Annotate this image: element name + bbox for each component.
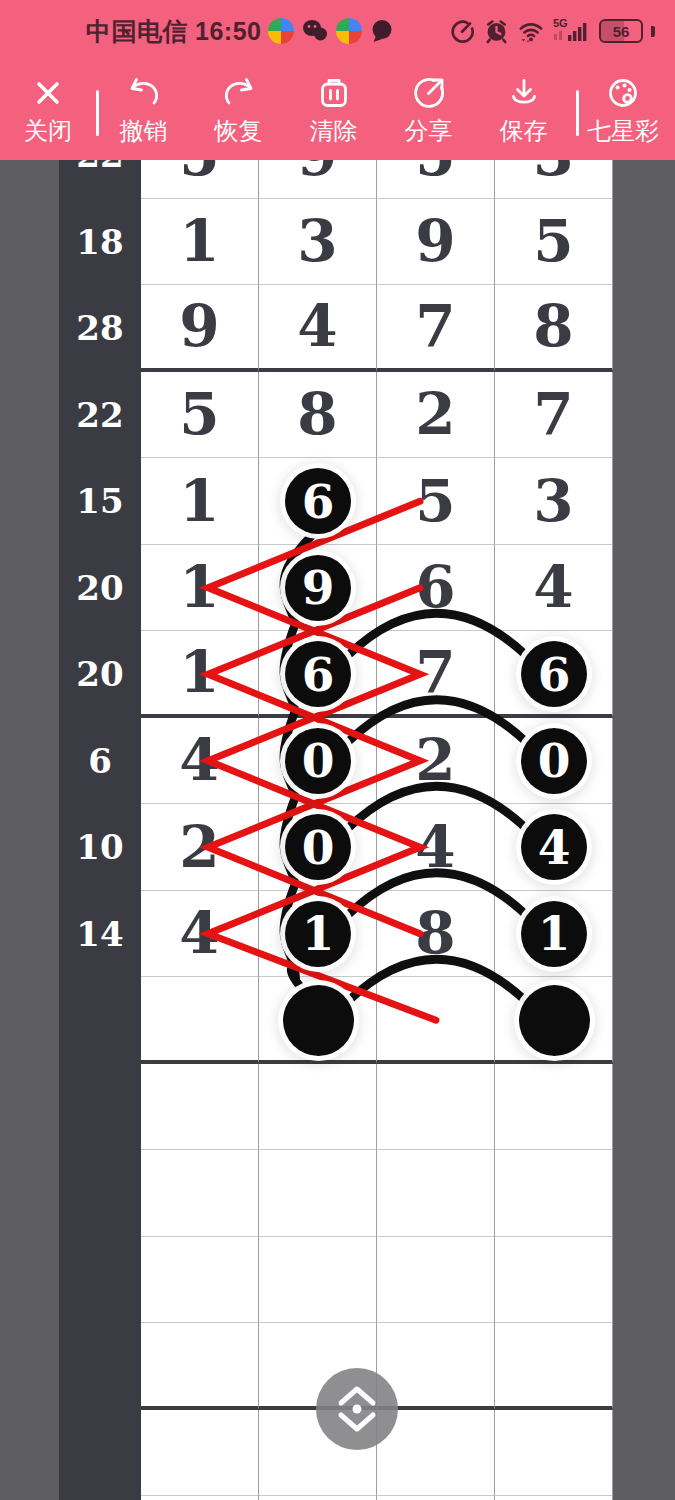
app-screen: 2259531813952894782258271515320164201764…: [0, 0, 675, 1500]
digit-cell[interactable]: 4: [141, 718, 259, 805]
row-sum-label: 20: [59, 545, 141, 632]
status-bar: 中国电信 16:50 5G: [0, 0, 675, 62]
circled-digit-mark[interactable]: 1: [521, 901, 587, 967]
row-sum-label: 20: [59, 631, 141, 718]
row-sum-label: [59, 1150, 141, 1237]
digit-cell[interactable]: [377, 1064, 495, 1151]
signal-bars-icon: 5G: [552, 16, 592, 46]
digit-cell[interactable]: [495, 1496, 613, 1500]
circled-digit-mark[interactable]: 0: [285, 814, 351, 880]
digit-cell[interactable]: 4: [495, 545, 613, 632]
digit-cell[interactable]: 8: [495, 285, 613, 372]
toolbar-button-clear[interactable]: 清除: [286, 62, 381, 143]
digit-cell[interactable]: 4: [141, 891, 259, 978]
grid-row: [59, 1150, 613, 1237]
row-sum-label: 18: [59, 199, 141, 286]
row-sum-label: [59, 1323, 141, 1410]
digit-cell[interactable]: [141, 977, 259, 1064]
digit-cell[interactable]: 5: [377, 458, 495, 545]
digit-cell[interactable]: [141, 1323, 259, 1410]
trash-icon: [314, 73, 354, 113]
row-sum-label: 15: [59, 458, 141, 545]
toolbar-button-qixingcai[interactable]: 七星彩: [571, 62, 675, 143]
digit-cell[interactable]: 7: [495, 372, 613, 459]
toolbar-label: 撤销: [120, 119, 168, 143]
toolbar-label: 关闭: [24, 119, 72, 143]
save-icon: [504, 73, 544, 113]
row-sum-label: [59, 1064, 141, 1151]
battery-percent: 56: [613, 24, 630, 39]
digit-cell[interactable]: [141, 1064, 259, 1151]
circled-digit-mark[interactable]: 0: [285, 728, 351, 794]
solid-disk-mark[interactable]: [283, 985, 354, 1056]
digit-cell[interactable]: 2: [141, 804, 259, 891]
digit-cell[interactable]: [377, 1496, 495, 1500]
digit-cell[interactable]: [377, 1150, 495, 1237]
digit-cell[interactable]: [259, 1064, 377, 1151]
digit-cell[interactable]: 5: [495, 199, 613, 286]
digit-cell[interactable]: 1: [141, 199, 259, 286]
speedometer-icon: [449, 18, 476, 45]
alarm-clock-icon: [483, 18, 510, 45]
grid-row: 225827: [59, 372, 613, 459]
palette-icon: [603, 73, 643, 113]
digit-cell[interactable]: [141, 1496, 259, 1500]
row-sum-label: 14: [59, 891, 141, 978]
digit-cell[interactable]: [141, 1150, 259, 1237]
chat-bubble-icon: [369, 18, 395, 44]
svg-text:5G: 5G: [553, 17, 568, 29]
row-sum-label: [59, 1496, 141, 1500]
toolbar-button-redo[interactable]: 恢复: [191, 62, 286, 143]
digit-cell[interactable]: [495, 1410, 613, 1497]
digit-cell[interactable]: 1: [141, 458, 259, 545]
grid-row: [59, 1496, 613, 1500]
row-sum-label: 10: [59, 804, 141, 891]
toolbar: 关闭撤销恢复清除分享保存七星彩: [0, 62, 675, 160]
toolbar-label: 清除: [310, 119, 358, 143]
grid-row: [59, 1237, 613, 1324]
toolbar-label: 恢复: [215, 119, 263, 143]
circled-digit-mark[interactable]: 6: [285, 468, 351, 534]
digit-cell[interactable]: [377, 977, 495, 1064]
digit-cell[interactable]: [141, 1237, 259, 1324]
digit-cell[interactable]: 4: [259, 285, 377, 372]
circled-digit-mark[interactable]: 9: [285, 555, 351, 621]
toolbar-button-save[interactable]: 保存: [476, 62, 571, 143]
row-sum-label: 28: [59, 285, 141, 372]
digit-cell[interactable]: [259, 1150, 377, 1237]
redo-icon: [219, 73, 259, 113]
digit-cell[interactable]: 1: [141, 545, 259, 632]
scroll-button[interactable]: [316, 1368, 398, 1450]
trend-grid: 2259531813952894782258271515320164201764…: [59, 112, 613, 1500]
digit-cell[interactable]: [259, 1237, 377, 1324]
digit-cell[interactable]: 8: [377, 891, 495, 978]
wifi-icon: [517, 18, 545, 45]
wechat-icon: [301, 18, 329, 44]
digit-cell[interactable]: [495, 1064, 613, 1151]
digit-cell[interactable]: [495, 1150, 613, 1237]
toolbar-divider: [96, 90, 99, 136]
toolbar-label: 分享: [405, 119, 453, 143]
digit-cell[interactable]: 5: [141, 372, 259, 459]
toolbar-divider: [576, 90, 579, 136]
carrier-label: 中国电信: [86, 15, 188, 48]
digit-cell[interactable]: 8: [259, 372, 377, 459]
battery-nub: [651, 26, 655, 37]
grid-row: 181395: [59, 199, 613, 286]
toolbar-label: 保存: [500, 119, 548, 143]
digit-cell[interactable]: 3: [495, 458, 613, 545]
share-icon: [409, 73, 449, 113]
pinwheel-app-icon: [336, 18, 362, 44]
pinwheel-app-icon: [268, 18, 294, 44]
clock-label: 16:50: [195, 17, 261, 46]
toolbar-button-close[interactable]: 关闭: [0, 62, 96, 143]
digit-cell[interactable]: [495, 1237, 613, 1324]
digit-cell[interactable]: 4: [377, 804, 495, 891]
digit-cell[interactable]: 3: [259, 199, 377, 286]
digit-cell[interactable]: [377, 1237, 495, 1324]
undo-icon: [124, 73, 164, 113]
digit-cell[interactable]: 2: [377, 372, 495, 459]
row-sum-label: 6: [59, 718, 141, 805]
digit-cell[interactable]: 9: [377, 199, 495, 286]
toolbar-button-undo[interactable]: 撤销: [96, 62, 191, 143]
solid-disk-mark[interactable]: [519, 985, 590, 1056]
scroll-chevrons-icon: [316, 1368, 398, 1450]
toolbar-button-share[interactable]: 分享: [381, 62, 476, 143]
row-sum-label: 22: [59, 372, 141, 459]
grid-row: [59, 1064, 613, 1151]
digit-cell[interactable]: 2: [377, 718, 495, 805]
digit-cell[interactable]: [495, 1323, 613, 1410]
close-icon: [28, 73, 68, 113]
digit-cell[interactable]: [141, 1410, 259, 1497]
row-sum-label: [59, 1237, 141, 1324]
circled-digit-mark[interactable]: 6: [521, 641, 587, 707]
digit-cell[interactable]: [259, 1496, 377, 1500]
digit-cell[interactable]: 9: [141, 285, 259, 372]
circled-digit-mark[interactable]: 6: [285, 641, 351, 707]
digit-cell[interactable]: 7: [377, 631, 495, 718]
circled-digit-mark[interactable]: 4: [521, 814, 587, 880]
row-sum-label: [59, 1410, 141, 1497]
circled-digit-mark[interactable]: 0: [521, 728, 587, 794]
circled-digit-mark[interactable]: 1: [285, 901, 351, 967]
row-sum-label: [59, 977, 141, 1064]
digit-cell[interactable]: 7: [377, 285, 495, 372]
toolbar-label: 七星彩: [587, 119, 659, 143]
digit-cell[interactable]: 6: [377, 545, 495, 632]
digit-cell[interactable]: 1: [141, 631, 259, 718]
battery-icon: 56: [599, 19, 643, 43]
grid-row: 289478: [59, 285, 613, 372]
